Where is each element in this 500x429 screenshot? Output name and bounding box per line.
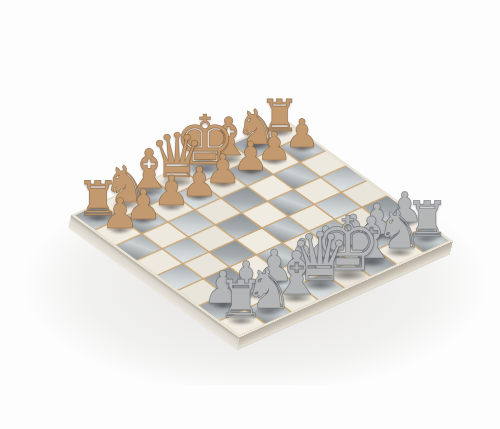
silver-rook-icon: ♜ — [217, 274, 263, 326]
chess-set-product-photo: ♜♞♝♛♚♝♞♜♟♟♟♟♟♟♟♟♟♟♟♟♟♟♟♟♜♞♝♛♚♝♞♜ — [0, 0, 500, 429]
piece-white-rook-a1[interactable]: ♜ — [217, 274, 263, 326]
piece-black-pawn-a7[interactable]: ♟ — [101, 193, 139, 235]
pieces-layer: ♜♞♝♛♚♝♞♜♟♟♟♟♟♟♟♟♟♟♟♟♟♟♟♟♜♞♝♛♚♝♞♜ — [0, 0, 500, 429]
wood-pawn-icon: ♟ — [101, 193, 139, 235]
